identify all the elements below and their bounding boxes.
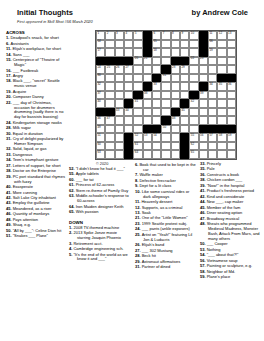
grid-cell[interactable] <box>227 48 236 57</box>
grid-cell[interactable] <box>227 150 236 159</box>
grid-cell[interactable] <box>105 142 114 151</box>
black-cell <box>208 125 217 134</box>
grid-cell[interactable]: 46 <box>96 116 105 125</box>
cell-number: 17 <box>97 49 100 52</box>
grid-cell[interactable]: 14 <box>96 40 105 49</box>
cell-number: 5 <box>135 32 137 35</box>
grid-cell[interactable]: 45 <box>180 108 189 117</box>
grid-cell[interactable] <box>199 150 208 159</box>
grid-cell[interactable] <box>124 116 133 125</box>
grid-cell[interactable]: 2 <box>105 31 114 40</box>
grid-cell[interactable] <box>133 82 142 91</box>
grid-cell[interactable] <box>180 91 189 100</box>
clue-column-3: 6. Book that used to be kept in the car7… <box>135 163 196 271</box>
grid-cell[interactable]: 47 <box>105 116 114 125</box>
grid-cell[interactable] <box>189 74 198 83</box>
cell-number: 12 <box>219 32 222 35</box>
cell-number: 59 <box>228 134 231 137</box>
grid-cell[interactable]: 59 <box>227 133 236 142</box>
cell-number: 34 <box>209 83 212 86</box>
grid-cell[interactable]: 8 <box>171 31 180 40</box>
cell-number: 41 <box>135 100 138 103</box>
grid-cell[interactable] <box>171 142 180 151</box>
clue-item: 59. Plane's place <box>200 275 262 280</box>
grid-cell[interactable]: 7 <box>161 31 170 40</box>
clue-item: 39. PC port standard that rhymes with fu… <box>6 175 67 185</box>
grid-cell[interactable] <box>124 91 133 100</box>
cell-number: 44 <box>125 109 128 112</box>
grid-cell[interactable] <box>180 40 189 49</box>
cell-number: 65 <box>191 151 194 154</box>
grid-cell[interactable] <box>180 82 189 91</box>
black-cell <box>152 74 161 83</box>
grid-cell[interactable] <box>115 48 124 57</box>
grid-cell[interactable]: 4 <box>124 31 133 40</box>
black-cell <box>199 40 208 49</box>
grid-cell[interactable] <box>217 108 226 117</box>
black-cell <box>124 142 133 151</box>
grid-cell[interactable]: 24 <box>96 65 105 74</box>
clue-item: 18. Black ___, "secret" Seattle music ve… <box>6 79 67 89</box>
grid-cell[interactable] <box>180 116 189 125</box>
grid-cell[interactable] <box>152 142 161 151</box>
grid-cell[interactable]: 32 <box>96 82 105 91</box>
grid-cell[interactable]: 16 <box>208 40 217 49</box>
grid-cell[interactable]: 30 <box>96 74 105 83</box>
grid-cell[interactable] <box>199 74 208 83</box>
grid-cell[interactable] <box>208 142 217 151</box>
grid-cell[interactable] <box>115 142 124 151</box>
grid-cell[interactable] <box>161 40 170 49</box>
black-cell <box>180 150 189 159</box>
cell-number: 56 <box>200 134 203 137</box>
cell-number: 16 <box>209 40 212 43</box>
cell-number: 13 <box>228 32 231 35</box>
grid-cell[interactable] <box>133 108 142 117</box>
black-cell <box>199 31 208 40</box>
grid-cell[interactable]: 49 <box>96 125 105 134</box>
cell-number: 40 <box>97 100 100 103</box>
grid-cell[interactable] <box>105 133 114 142</box>
cell-number: 36 <box>228 83 231 86</box>
grid-cell[interactable] <box>105 82 114 91</box>
grid-cell[interactable] <box>189 40 198 49</box>
grid-cell[interactable]: 26 <box>115 65 124 74</box>
grid-cell[interactable]: 64 <box>133 150 142 159</box>
black-cell <box>152 125 161 134</box>
black-cell <box>105 108 114 117</box>
grid-cell[interactable] <box>189 125 198 134</box>
grid-cell[interactable] <box>115 133 124 142</box>
cell-number: 2 <box>107 32 109 35</box>
cell-number: 15 <box>153 40 156 43</box>
cell-number: 39 <box>200 92 203 95</box>
black-cell <box>143 125 152 134</box>
grid-cell[interactable]: 13 <box>227 31 236 40</box>
grid-cell[interactable] <box>115 74 124 83</box>
black-cell <box>199 82 208 91</box>
grid-cell[interactable]: 22 <box>189 57 198 66</box>
grid-cell[interactable] <box>152 116 161 125</box>
black-cell <box>143 48 152 57</box>
cell-number: 24 <box>97 66 100 69</box>
grid-cell[interactable] <box>152 65 161 74</box>
cell-number: 47 <box>107 117 110 120</box>
grid-cell[interactable] <box>208 99 217 108</box>
black-cell <box>180 57 189 66</box>
cell-number: 57 <box>209 134 212 137</box>
cell-number: 52 <box>135 134 138 137</box>
cell-number: 42 <box>191 100 194 103</box>
cell-number: 55 <box>191 134 194 137</box>
cell-number: 53 <box>144 134 147 137</box>
clue-column-1: ACROSS1. Deadpool's snack, for short6. A… <box>6 30 67 240</box>
grid-cell[interactable] <box>171 125 180 134</box>
grid-cell[interactable] <box>115 99 124 108</box>
cell-number: 38 <box>144 92 147 95</box>
cell-number: 4 <box>125 32 127 35</box>
grid-cell[interactable]: 60 <box>96 142 105 151</box>
black-cell <box>180 133 189 142</box>
grid-cell[interactable]: 34 <box>208 82 217 91</box>
grid-cell[interactable]: 40 <box>96 99 105 108</box>
grid-cell[interactable]: 33 <box>152 82 161 91</box>
black-cell <box>161 116 170 125</box>
black-cell <box>217 125 226 134</box>
cell-number: 61 <box>135 143 138 146</box>
grid-cell[interactable] <box>227 108 236 117</box>
cell-number: 9 <box>181 32 183 35</box>
cell-number: 7 <box>163 32 165 35</box>
grid-cell[interactable] <box>133 74 142 83</box>
grid-cell[interactable] <box>208 65 217 74</box>
grid-cell[interactable]: 10 <box>189 31 198 40</box>
cell-number: 50 <box>163 126 166 129</box>
grid-cell[interactable] <box>105 99 114 108</box>
grid-cell[interactable] <box>171 91 180 100</box>
grid-cell[interactable]: 62 <box>189 142 198 151</box>
cell-number: 46 <box>97 117 100 120</box>
crossword-grid[interactable]: 1234567891011121314151617181920212223242… <box>95 30 237 160</box>
grid-cell[interactable]: 27 <box>124 65 133 74</box>
grid-cell[interactable] <box>161 142 170 151</box>
black-cell <box>105 57 114 66</box>
clue-item: 15. Centerpiece of "Theatre of Magic" <box>6 58 67 68</box>
grid-cell[interactable]: 36 <box>227 82 236 91</box>
grid-cell[interactable] <box>217 48 226 57</box>
grid-cell[interactable]: 15 <box>152 40 161 49</box>
grid-cell[interactable] <box>161 133 170 142</box>
grid-cell[interactable] <box>171 48 180 57</box>
clue-item: 63. Middle-schooler's response to 60-acr… <box>69 194 130 204</box>
grid-cell[interactable] <box>115 82 124 91</box>
cell-number: 23 <box>200 57 203 60</box>
grid-cell[interactable]: 21 <box>143 57 152 66</box>
grid-cell[interactable]: 65 <box>189 150 198 159</box>
grid-cell[interactable] <box>217 99 226 108</box>
grid-cell[interactable] <box>105 74 114 83</box>
grid-cell[interactable] <box>152 108 161 117</box>
grid-cell[interactable]: 56 <box>199 133 208 142</box>
cell-number: 3 <box>116 32 118 35</box>
cell-number: 64 <box>135 151 138 154</box>
grid-cell[interactable]: 19 <box>208 48 217 57</box>
black-cell <box>180 99 189 108</box>
clue-item: 31. Partner of dined <box>135 265 196 270</box>
cell-number: 27 <box>125 66 128 69</box>
grid-cell[interactable] <box>171 150 180 159</box>
grid-cell[interactable] <box>208 150 217 159</box>
cell-number: 58 <box>219 134 222 137</box>
grid-cell[interactable] <box>199 108 208 117</box>
grid-cell[interactable] <box>189 116 198 125</box>
clue-item: 48. Sheats who programmed Medieval Madne… <box>200 222 262 241</box>
cell-number: 54 <box>153 134 156 137</box>
grid-cell[interactable] <box>161 48 170 57</box>
grid-cell[interactable] <box>133 65 142 74</box>
cell-number: 43 <box>116 109 119 112</box>
grid-cell[interactable] <box>217 150 226 159</box>
grid-cell[interactable]: 58 <box>217 133 226 142</box>
grid-cell[interactable] <box>143 65 152 74</box>
grid-cell[interactable] <box>133 125 142 134</box>
crossword-page: Initial Thoughts by Andrew Cole First ap… <box>0 0 264 341</box>
grid-cell[interactable]: 51 <box>96 133 105 142</box>
grid-cell[interactable] <box>161 91 170 100</box>
cell-number: 11 <box>209 32 212 35</box>
black-cell <box>96 108 105 117</box>
grid-cell[interactable] <box>133 40 142 49</box>
byline: by Andrew Cole <box>192 8 248 17</box>
grid-cell[interactable] <box>227 142 236 151</box>
grid-cell[interactable]: 44 <box>124 108 133 117</box>
black-cell <box>227 125 236 134</box>
grid-cell[interactable]: 41 <box>133 99 142 108</box>
clue-item: 31. Cry of delight popularized by Homer … <box>6 137 67 147</box>
cell-number: 30 <box>97 74 100 77</box>
grid-cell[interactable] <box>189 108 198 117</box>
grid-cell[interactable] <box>143 150 152 159</box>
grid-cell[interactable]: 43 <box>115 108 124 117</box>
grid-cell[interactable] <box>208 74 217 83</box>
grid-cell[interactable]: 6 <box>152 31 161 40</box>
grid-cell[interactable]: 17 <box>96 48 105 57</box>
grid-cell[interactable] <box>143 108 152 117</box>
cell-number: 22 <box>191 57 194 60</box>
grid-cell[interactable]: 61 <box>133 142 142 151</box>
black-cell <box>115 57 124 66</box>
grid-cell[interactable] <box>133 116 142 125</box>
grid-cell[interactable] <box>115 40 124 49</box>
cell-number: 51 <box>97 134 100 137</box>
grid-cell[interactable] <box>227 57 236 66</box>
grid-cell[interactable] <box>227 99 236 108</box>
clue-item: 25. Artist on "Yeah!" featuring Lil Jon … <box>135 233 196 243</box>
grid-cell[interactable] <box>124 48 133 57</box>
black-cell <box>180 142 189 151</box>
grid-cell[interactable] <box>217 116 226 125</box>
grid-cell[interactable] <box>227 65 236 74</box>
grid-cell[interactable] <box>115 150 124 159</box>
grid-cell[interactable]: 54 <box>152 133 161 142</box>
cell-number: 8 <box>172 32 174 35</box>
grid-cell[interactable]: 52 <box>133 133 142 142</box>
clue-item: 65. With passion <box>69 210 130 215</box>
cell-number: 1 <box>97 32 99 35</box>
cell-number: 33 <box>153 83 156 86</box>
grid-cell[interactable] <box>180 74 189 83</box>
grid-cell[interactable] <box>143 99 152 108</box>
grid-cell[interactable] <box>189 82 198 91</box>
grid-cell[interactable]: 35 <box>217 82 226 91</box>
cell-number: 19 <box>209 49 212 52</box>
grid-cell[interactable]: 31 <box>161 74 170 83</box>
grid-cell[interactable] <box>180 125 189 134</box>
grid-cell[interactable]: 20 <box>133 57 142 66</box>
grid-cell[interactable] <box>124 82 133 91</box>
clue-item: 22. ___ day of Christmas, occasion for d… <box>6 101 67 120</box>
grid-cell[interactable] <box>105 150 114 159</box>
grid-cell[interactable] <box>152 99 161 108</box>
grid-cell[interactable]: 37 <box>96 91 105 100</box>
grid-cell[interactable] <box>208 108 217 117</box>
grid-cell[interactable] <box>152 91 161 100</box>
black-cell <box>199 48 208 57</box>
grid-cell[interactable]: 25 <box>105 65 114 74</box>
grid-cell[interactable] <box>171 133 180 142</box>
grid-cell[interactable] <box>133 48 142 57</box>
black-cell <box>124 133 133 142</box>
black-cell <box>189 91 198 100</box>
black-cell <box>133 91 142 100</box>
grid-cell[interactable]: 50 <box>161 125 170 134</box>
grid-cell[interactable] <box>124 74 133 83</box>
grid-cell[interactable] <box>124 125 133 134</box>
grid-cell[interactable] <box>217 65 226 74</box>
grid-cell[interactable] <box>115 116 124 125</box>
grid-cell[interactable] <box>217 91 226 100</box>
grid-cell[interactable]: 18 <box>152 48 161 57</box>
grid-cell[interactable] <box>217 57 226 66</box>
black-cell <box>124 150 133 159</box>
cell-number: 37 <box>97 92 100 95</box>
cell-number: 63 <box>97 151 100 154</box>
grid-cell[interactable] <box>208 57 217 66</box>
grid-cell[interactable] <box>152 57 161 66</box>
page-title: Initial Thoughts <box>17 8 73 17</box>
grid-cell[interactable] <box>199 116 208 125</box>
grid-cell[interactable] <box>161 150 170 159</box>
black-cell <box>143 82 152 91</box>
grid-cell[interactable] <box>105 125 114 134</box>
grid-cell[interactable] <box>199 65 208 74</box>
grid-cell[interactable] <box>227 40 236 49</box>
grid-cell[interactable]: 55 <box>189 133 198 142</box>
cell-number: 20 <box>135 57 138 60</box>
grid-cell[interactable] <box>189 65 198 74</box>
cell-number: 25 <box>107 66 110 69</box>
black-cell <box>143 31 152 40</box>
grid-cell[interactable]: 29 <box>180 65 189 74</box>
grid-cell[interactable]: 28 <box>171 65 180 74</box>
grid-cell[interactable] <box>143 116 152 125</box>
grid-cell[interactable] <box>105 40 114 49</box>
grid-cell[interactable] <box>227 91 236 100</box>
clue-item: 5. "It's the end of the world as we know… <box>69 253 130 263</box>
cell-number: 35 <box>219 83 222 86</box>
grid-cell[interactable]: 57 <box>208 133 217 142</box>
grid-cell[interactable]: 53 <box>143 133 152 142</box>
grid-cell[interactable] <box>171 82 180 91</box>
grid-cell[interactable] <box>217 142 226 151</box>
grid-cell[interactable]: 42 <box>189 99 198 108</box>
grid-cell[interactable] <box>217 40 226 49</box>
grid-cell[interactable] <box>143 74 152 83</box>
grid-cell[interactable] <box>171 40 180 49</box>
cell-number: 60 <box>97 143 100 146</box>
grid-cell[interactable] <box>199 99 208 108</box>
black-cell <box>124 57 133 66</box>
grid-cell[interactable] <box>227 116 236 125</box>
black-cell <box>161 65 170 74</box>
grid-cell[interactable] <box>161 99 170 108</box>
clue-item: 6. Book that used to be kept in the car <box>135 163 196 173</box>
subtitle: First appeared in Skill Shot #56 March 2… <box>17 19 93 24</box>
clue-item: 51. "Snakes ___ Plane" <box>6 234 67 239</box>
grid-cell[interactable] <box>171 74 180 83</box>
grid-cell[interactable] <box>180 48 189 57</box>
grid-cell[interactable]: 11 <box>208 31 217 40</box>
grid-cell[interactable]: 12 <box>217 31 226 40</box>
cell-number: 10 <box>191 32 194 35</box>
grid-cell[interactable] <box>143 142 152 151</box>
grid-cell[interactable]: 63 <box>96 150 105 159</box>
grid-cell[interactable] <box>161 108 170 117</box>
grid-cell[interactable] <box>208 116 217 125</box>
grid-cell[interactable] <box>124 40 133 49</box>
grid-cell[interactable] <box>105 48 114 57</box>
grid-cell[interactable] <box>189 48 198 57</box>
grid-cell[interactable] <box>161 57 170 66</box>
grid-cell[interactable] <box>161 82 170 91</box>
grid-cell[interactable] <box>115 91 124 100</box>
grid-cell[interactable]: 48 <box>171 116 180 125</box>
copyright-note: © 2020 <box>96 162 108 166</box>
cell-number: 31 <box>163 74 166 77</box>
cell-number: 28 <box>172 66 175 69</box>
black-cell <box>143 40 152 49</box>
cell-number: 18 <box>153 49 156 52</box>
grid-cell[interactable] <box>115 125 124 134</box>
grid-cell[interactable]: 5 <box>133 31 142 40</box>
cell-number: 6 <box>153 32 155 35</box>
cell-number: 21 <box>144 57 147 60</box>
grid-cell[interactable] <box>199 142 208 151</box>
grid-cell[interactable] <box>171 99 180 108</box>
grid-cell[interactable]: 3 <box>115 31 124 40</box>
grid-cell[interactable] <box>105 91 114 100</box>
black-cell <box>171 108 180 117</box>
grid-cell[interactable]: 1 <box>96 31 105 40</box>
grid-cell[interactable] <box>152 150 161 159</box>
grid-cell[interactable]: 39 <box>199 91 208 100</box>
cell-number: 48 <box>172 117 175 120</box>
grid-cell[interactable]: 23 <box>199 57 208 66</box>
grid-cell[interactable]: 9 <box>180 31 189 40</box>
black-cell <box>217 74 226 83</box>
grid-cell[interactable]: 38 <box>143 91 152 100</box>
grid-cell[interactable] <box>208 91 217 100</box>
